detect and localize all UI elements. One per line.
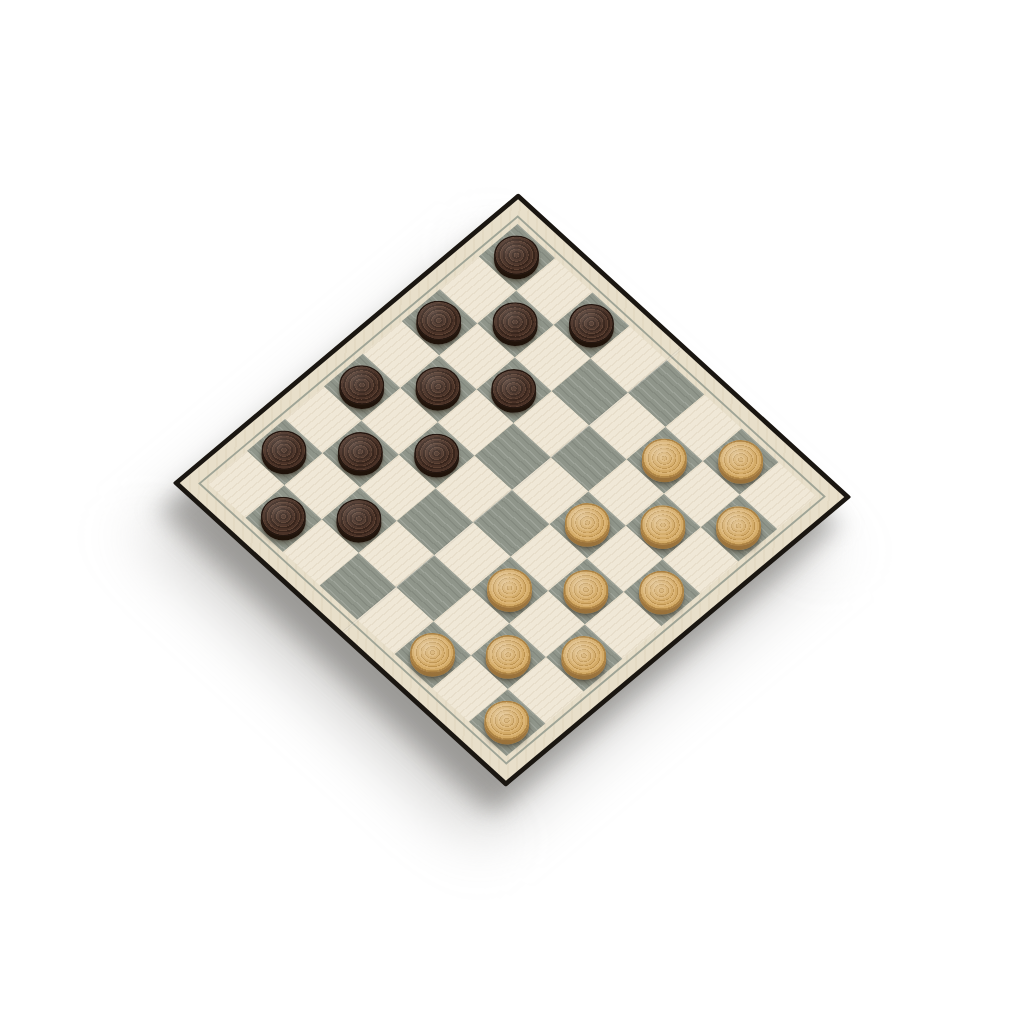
light-checker-disc: ⛀: [639, 573, 685, 613]
light-checker-disc: ⛀: [562, 638, 608, 678]
dark-checker-disc: ⛂: [569, 305, 615, 345]
board-square[interactable]: ⛀: [469, 689, 545, 755]
board-border-band: ⛂⛂⛀⛂⛀⛀⛂⛂⛀⛂⛀⛀⛂⛂⛀⛂⛀⛀⛂⛂⛀⛂⛀⛀: [180, 199, 845, 780]
light-checker-disc: ⛀: [487, 570, 533, 610]
dark-checker-disc: ⛂: [336, 500, 382, 540]
light-checker-disc: ⛀: [484, 703, 530, 743]
light-checker-disc: ⛀: [564, 505, 610, 545]
board-perspective-wrapper: ⛂⛂⛀⛂⛀⛀⛂⛂⛀⛂⛀⛀⛂⛂⛀⛂⛀⛀⛂⛂⛀⛂⛀⛀: [268, 275, 757, 705]
dark-checker-disc: ⛂: [339, 367, 385, 407]
dark-checker-disc: ⛂: [493, 304, 539, 344]
dark-checker-disc: ⛂: [417, 302, 463, 342]
light-checker-disc: ⛀: [718, 441, 764, 481]
light-checker-disc: ⛀: [640, 506, 686, 546]
light-checker-disc: ⛀: [563, 571, 609, 611]
dark-checker-disc: ⛂: [260, 498, 306, 538]
checkers-board: ⛂⛂⛀⛂⛀⛀⛂⛂⛀⛂⛀⛀⛂⛂⛀⛂⛀⛀⛂⛂⛀⛂⛀⛀: [173, 193, 852, 787]
light-checker-disc: ⛀: [642, 440, 688, 480]
light-checker-disc: ⛀: [410, 634, 456, 674]
light-checker-piece[interactable]: ⛀: [480, 699, 535, 747]
light-checker-disc: ⛀: [486, 636, 532, 676]
dark-checker-disc: ⛂: [262, 432, 308, 472]
dark-checker-disc: ⛂: [338, 433, 384, 473]
dark-checker-disc: ⛂: [494, 237, 540, 277]
dark-checker-disc: ⛂: [414, 435, 460, 475]
light-checker-disc: ⛀: [716, 508, 762, 548]
dark-checker-disc: ⛂: [491, 370, 537, 410]
dark-checker-disc: ⛂: [415, 369, 461, 409]
